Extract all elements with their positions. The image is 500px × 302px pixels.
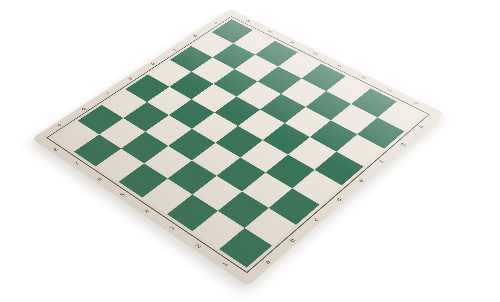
rank-label-2-left: 2: [194, 243, 202, 249]
file-label-h-top: h: [213, 21, 219, 24]
rank-label-4-right: 4: [336, 64, 342, 68]
rank-label-3-right: 3: [360, 76, 367, 80]
file-label-a-top: a: [56, 123, 62, 127]
rank-label-6-left: 6: [96, 177, 103, 182]
rank-label-2-right: 2: [386, 88, 393, 92]
rank-label-8-left: 8: [52, 147, 59, 152]
rank-label-1-left: 1: [221, 262, 229, 268]
file-label-e-top: e: [150, 62, 156, 66]
rank-label-7-left: 7: [74, 162, 81, 167]
file-label-g-bottom: g: [399, 142, 406, 147]
file-label-e-bottom: e: [357, 178, 364, 183]
file-label-f-bottom: f: [379, 160, 385, 164]
rank-label-5-right: 5: [312, 52, 318, 56]
product-photo-background: aabbccddeeffgghh1122334455667788: [0, 0, 500, 302]
file-label-b-bottom: b: [288, 238, 296, 244]
file-label-a-bottom: a: [264, 259, 272, 265]
rank-label-1-right: 1: [412, 101, 419, 105]
vinyl-chess-mat: aabbccddeeffgghh1122334455667788: [32, 9, 444, 286]
rank-label-4-left: 4: [143, 209, 150, 214]
rank-label-6-right: 6: [289, 41, 295, 45]
rank-label-3-left: 3: [168, 226, 175, 231]
chess-board: [52, 19, 423, 267]
file-label-g-top: g: [192, 34, 198, 37]
rank-label-5-left: 5: [119, 193, 126, 198]
file-label-d-bottom: d: [335, 197, 343, 202]
rank-label-8-right: 8: [245, 19, 251, 22]
file-label-d-top: d: [127, 76, 133, 80]
rank-label-7-right: 7: [266, 30, 272, 33]
file-label-b-top: b: [81, 107, 87, 111]
file-label-c-top: c: [105, 92, 111, 96]
file-label-f-top: f: [172, 48, 177, 51]
file-label-c-bottom: c: [312, 217, 319, 222]
file-label-h-bottom: h: [418, 125, 425, 129]
